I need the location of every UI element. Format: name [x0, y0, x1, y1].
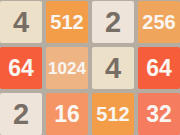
tile-value: 256 [142, 12, 175, 32]
tile-r2c2: 1024 [46, 47, 88, 89]
tile-r1c4: 256 [138, 1, 180, 43]
tile-r1c2: 512 [46, 1, 88, 43]
tile-value: 64 [146, 57, 172, 80]
tile-r2c3: 4 [92, 47, 134, 89]
tile-value: 32 [146, 103, 172, 126]
tile-value: 4 [105, 54, 121, 83]
tile-value: 1024 [48, 60, 86, 77]
tile-r2c4: 64 [138, 47, 180, 89]
tile-r1c1: 4 [0, 1, 42, 43]
tile-r1c3: 2 [92, 1, 134, 43]
tile-value: 512 [50, 12, 83, 32]
tile-r3c2: 16 [46, 93, 88, 135]
tile-value: 16 [54, 103, 80, 126]
tile-value: 2 [13, 100, 29, 129]
tile-value: 2 [105, 8, 121, 37]
tile-r3c3: 512 [92, 93, 134, 135]
tile-r3c4: 32 [138, 93, 180, 135]
tile-value: 4 [13, 8, 29, 37]
tile-r2c1: 64 [0, 47, 42, 89]
game-board-2048[interactable]: 4 512 2 256 64 1024 4 64 2 16 512 32 [0, 0, 180, 135]
tile-r3c1: 2 [0, 93, 42, 135]
tile-value: 512 [96, 104, 129, 124]
tile-value: 64 [8, 57, 34, 80]
